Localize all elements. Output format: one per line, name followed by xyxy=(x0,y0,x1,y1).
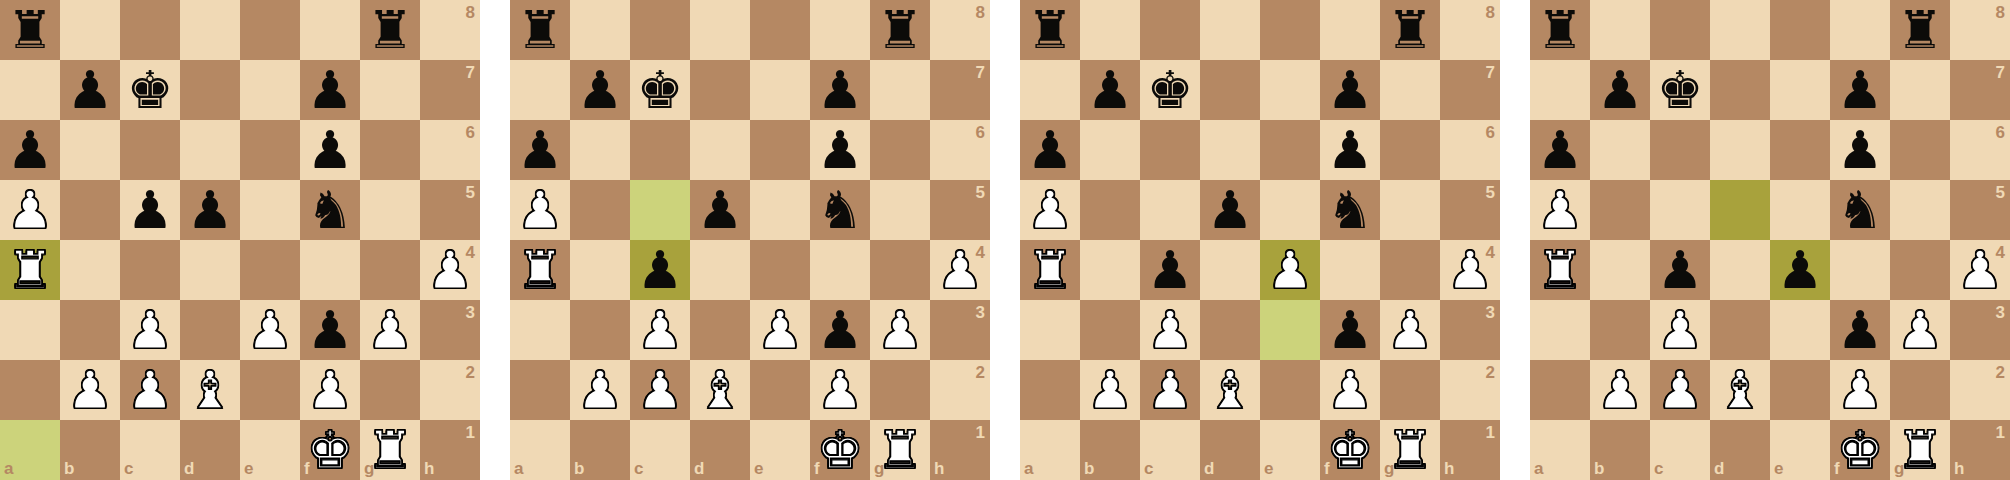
square-c4[interactable]: ♟ xyxy=(1140,240,1200,300)
white-bishop[interactable]: ♝ xyxy=(1710,360,1770,420)
square-b1[interactable]: b xyxy=(1590,420,1650,480)
square-g6[interactable] xyxy=(1890,120,1950,180)
square-a7[interactable] xyxy=(1020,60,1080,120)
square-e5[interactable] xyxy=(1770,180,1830,240)
square-f8[interactable] xyxy=(1830,0,1890,60)
white-pawn[interactable]: ♟ xyxy=(810,360,870,420)
square-c8[interactable] xyxy=(1140,0,1200,60)
black-rook[interactable]: ♜ xyxy=(360,0,420,60)
square-g2[interactable] xyxy=(870,360,930,420)
black-pawn[interactable]: ♟ xyxy=(1200,180,1260,240)
square-c3[interactable]: ♟ xyxy=(120,300,180,360)
black-rook[interactable]: ♜ xyxy=(1530,0,1590,60)
square-h4[interactable]: ♟4 xyxy=(930,240,990,300)
white-pawn[interactable]: ♟ xyxy=(570,360,630,420)
square-g6[interactable] xyxy=(360,120,420,180)
square-b1[interactable]: b xyxy=(60,420,120,480)
square-a7[interactable] xyxy=(0,60,60,120)
square-g8[interactable]: ♜ xyxy=(1890,0,1950,60)
square-b4[interactable] xyxy=(1080,240,1140,300)
square-b4[interactable] xyxy=(570,240,630,300)
square-a8[interactable]: ♜ xyxy=(1530,0,1590,60)
white-bishop[interactable]: ♝ xyxy=(1200,360,1260,420)
square-e5[interactable] xyxy=(750,180,810,240)
square-a4[interactable]: ♜ xyxy=(510,240,570,300)
square-f8[interactable] xyxy=(1320,0,1380,60)
black-king[interactable]: ♚ xyxy=(1140,60,1200,120)
square-e1[interactable]: e xyxy=(750,420,810,480)
square-c3[interactable]: ♟ xyxy=(1140,300,1200,360)
square-c4[interactable]: ♟ xyxy=(1650,240,1710,300)
white-pawn[interactable]: ♟ xyxy=(1380,300,1440,360)
black-pawn[interactable]: ♟ xyxy=(810,300,870,360)
black-pawn[interactable]: ♟ xyxy=(1320,120,1380,180)
square-f4[interactable] xyxy=(810,240,870,300)
white-pawn[interactable]: ♟ xyxy=(1020,180,1080,240)
black-knight[interactable]: ♞ xyxy=(810,180,870,240)
square-c8[interactable] xyxy=(120,0,180,60)
square-f1[interactable]: ♚f xyxy=(300,420,360,480)
black-pawn[interactable]: ♟ xyxy=(1830,120,1890,180)
square-g1[interactable]: ♜g xyxy=(870,420,930,480)
square-h8[interactable]: 8 xyxy=(1440,0,1500,60)
square-d8[interactable] xyxy=(1200,0,1260,60)
square-a8[interactable]: ♜ xyxy=(0,0,60,60)
square-c7[interactable]: ♚ xyxy=(120,60,180,120)
square-f7[interactable]: ♟ xyxy=(300,60,360,120)
black-pawn[interactable]: ♟ xyxy=(300,60,360,120)
square-b3[interactable] xyxy=(1080,300,1140,360)
square-d7[interactable] xyxy=(1710,60,1770,120)
square-c5[interactable] xyxy=(1140,180,1200,240)
square-g4[interactable] xyxy=(1890,240,1950,300)
square-g3[interactable]: ♟ xyxy=(870,300,930,360)
square-h6[interactable]: 6 xyxy=(1440,120,1500,180)
square-a3[interactable] xyxy=(510,300,570,360)
square-b2[interactable]: ♟ xyxy=(1590,360,1650,420)
square-a5[interactable]: ♟ xyxy=(1530,180,1590,240)
square-a1[interactable]: a xyxy=(1530,420,1590,480)
white-bishop[interactable]: ♝ xyxy=(180,360,240,420)
black-rook[interactable]: ♜ xyxy=(1890,0,1950,60)
black-pawn[interactable]: ♟ xyxy=(1080,60,1140,120)
square-g8[interactable]: ♜ xyxy=(870,0,930,60)
square-b6[interactable] xyxy=(570,120,630,180)
square-b2[interactable]: ♟ xyxy=(60,360,120,420)
square-c1[interactable]: c xyxy=(630,420,690,480)
square-f5[interactable]: ♞ xyxy=(810,180,870,240)
square-d6[interactable] xyxy=(1200,120,1260,180)
white-pawn[interactable]: ♟ xyxy=(360,300,420,360)
square-e8[interactable] xyxy=(750,0,810,60)
square-a6[interactable]: ♟ xyxy=(510,120,570,180)
square-b6[interactable] xyxy=(1080,120,1140,180)
square-c2[interactable]: ♟ xyxy=(1140,360,1200,420)
black-knight[interactable]: ♞ xyxy=(1320,180,1380,240)
square-f2[interactable]: ♟ xyxy=(300,360,360,420)
black-king[interactable]: ♚ xyxy=(120,60,180,120)
square-f5[interactable]: ♞ xyxy=(1830,180,1890,240)
white-pawn[interactable]: ♟ xyxy=(750,300,810,360)
square-e6[interactable] xyxy=(1260,120,1320,180)
black-pawn[interactable]: ♟ xyxy=(120,180,180,240)
square-h7[interactable]: 7 xyxy=(930,60,990,120)
square-b4[interactable] xyxy=(60,240,120,300)
square-c5[interactable]: ♟ xyxy=(120,180,180,240)
square-g7[interactable] xyxy=(870,60,930,120)
square-c3[interactable]: ♟ xyxy=(1650,300,1710,360)
square-c5[interactable] xyxy=(630,180,690,240)
square-d5[interactable]: ♟ xyxy=(690,180,750,240)
square-b6[interactable] xyxy=(1590,120,1650,180)
square-g3[interactable]: ♟ xyxy=(1890,300,1950,360)
square-f1[interactable]: ♚f xyxy=(810,420,870,480)
square-a6[interactable]: ♟ xyxy=(1020,120,1080,180)
square-e8[interactable] xyxy=(1260,0,1320,60)
square-g5[interactable] xyxy=(1380,180,1440,240)
square-c6[interactable] xyxy=(630,120,690,180)
square-g4[interactable] xyxy=(870,240,930,300)
square-a2[interactable] xyxy=(1530,360,1590,420)
white-pawn[interactable]: ♟ xyxy=(300,360,360,420)
square-e7[interactable] xyxy=(1260,60,1320,120)
square-h7[interactable]: 7 xyxy=(420,60,480,120)
square-e2[interactable] xyxy=(750,360,810,420)
square-d4[interactable] xyxy=(1200,240,1260,300)
square-a6[interactable]: ♟ xyxy=(1530,120,1590,180)
square-c1[interactable]: c xyxy=(120,420,180,480)
white-pawn[interactable]: ♟ xyxy=(120,360,180,420)
square-f3[interactable]: ♟ xyxy=(810,300,870,360)
square-a2[interactable] xyxy=(0,360,60,420)
square-e5[interactable] xyxy=(1260,180,1320,240)
square-a4[interactable]: ♜ xyxy=(1020,240,1080,300)
square-h3[interactable]: 3 xyxy=(1950,300,2010,360)
black-rook[interactable]: ♜ xyxy=(0,0,60,60)
square-d6[interactable] xyxy=(180,120,240,180)
square-b7[interactable]: ♟ xyxy=(570,60,630,120)
white-pawn[interactable]: ♟ xyxy=(1650,300,1710,360)
square-g5[interactable] xyxy=(1890,180,1950,240)
black-pawn[interactable]: ♟ xyxy=(300,120,360,180)
square-c6[interactable] xyxy=(1140,120,1200,180)
square-e6[interactable] xyxy=(1770,120,1830,180)
square-e2[interactable] xyxy=(1260,360,1320,420)
square-h5[interactable]: 5 xyxy=(1440,180,1500,240)
square-g2[interactable] xyxy=(1890,360,1950,420)
square-d4[interactable] xyxy=(180,240,240,300)
square-g1[interactable]: ♜g xyxy=(1380,420,1440,480)
square-b5[interactable] xyxy=(1590,180,1650,240)
square-c2[interactable]: ♟ xyxy=(120,360,180,420)
black-pawn[interactable]: ♟ xyxy=(510,120,570,180)
square-d1[interactable]: d xyxy=(180,420,240,480)
black-rook[interactable]: ♜ xyxy=(870,0,930,60)
square-g7[interactable] xyxy=(360,60,420,120)
black-pawn[interactable]: ♟ xyxy=(1590,60,1650,120)
square-c5[interactable] xyxy=(1650,180,1710,240)
square-a2[interactable] xyxy=(510,360,570,420)
square-a4[interactable]: ♜ xyxy=(1530,240,1590,300)
square-a7[interactable] xyxy=(510,60,570,120)
square-d8[interactable] xyxy=(1710,0,1770,60)
black-pawn[interactable]: ♟ xyxy=(1320,60,1380,120)
white-pawn[interactable]: ♟ xyxy=(120,300,180,360)
square-b1[interactable]: b xyxy=(570,420,630,480)
square-f5[interactable]: ♞ xyxy=(300,180,360,240)
square-a7[interactable] xyxy=(1530,60,1590,120)
square-h7[interactable]: 7 xyxy=(1440,60,1500,120)
square-f1[interactable]: ♚f xyxy=(1320,420,1380,480)
square-h1[interactable]: 1h xyxy=(420,420,480,480)
square-g3[interactable]: ♟ xyxy=(1380,300,1440,360)
square-e8[interactable] xyxy=(240,0,300,60)
square-d2[interactable]: ♝ xyxy=(180,360,240,420)
square-c2[interactable]: ♟ xyxy=(630,360,690,420)
square-h5[interactable]: 5 xyxy=(420,180,480,240)
square-h6[interactable]: 6 xyxy=(1950,120,2010,180)
white-pawn[interactable]: ♟ xyxy=(510,180,570,240)
square-d5[interactable] xyxy=(1710,180,1770,240)
square-h6[interactable]: 6 xyxy=(930,120,990,180)
square-h3[interactable]: 3 xyxy=(1440,300,1500,360)
white-pawn[interactable]: ♟ xyxy=(630,360,690,420)
square-b8[interactable] xyxy=(1080,0,1140,60)
white-rook[interactable]: ♜ xyxy=(510,240,570,300)
square-f7[interactable]: ♟ xyxy=(810,60,870,120)
square-g8[interactable]: ♜ xyxy=(360,0,420,60)
square-h1[interactable]: 1h xyxy=(1950,420,2010,480)
square-a3[interactable] xyxy=(0,300,60,360)
square-b7[interactable]: ♟ xyxy=(60,60,120,120)
square-e4[interactable]: ♟ xyxy=(1260,240,1320,300)
square-d8[interactable] xyxy=(690,0,750,60)
white-pawn[interactable]: ♟ xyxy=(1320,360,1380,420)
square-d3[interactable] xyxy=(690,300,750,360)
square-e2[interactable] xyxy=(1770,360,1830,420)
square-b3[interactable] xyxy=(1590,300,1650,360)
square-a3[interactable] xyxy=(1530,300,1590,360)
square-c7[interactable]: ♚ xyxy=(630,60,690,120)
square-e7[interactable] xyxy=(1770,60,1830,120)
square-f6[interactable]: ♟ xyxy=(810,120,870,180)
square-g8[interactable]: ♜ xyxy=(1380,0,1440,60)
square-b2[interactable]: ♟ xyxy=(570,360,630,420)
square-b4[interactable] xyxy=(1590,240,1650,300)
square-f6[interactable]: ♟ xyxy=(1830,120,1890,180)
square-f2[interactable]: ♟ xyxy=(1320,360,1380,420)
square-d7[interactable] xyxy=(180,60,240,120)
black-pawn[interactable]: ♟ xyxy=(1020,120,1080,180)
square-f8[interactable] xyxy=(300,0,360,60)
square-e3[interactable]: ♟ xyxy=(240,300,300,360)
square-f1[interactable]: ♚f xyxy=(1830,420,1890,480)
square-b5[interactable] xyxy=(1080,180,1140,240)
square-f7[interactable]: ♟ xyxy=(1830,60,1890,120)
square-b8[interactable] xyxy=(570,0,630,60)
square-h6[interactable]: 6 xyxy=(420,120,480,180)
square-f4[interactable] xyxy=(1830,240,1890,300)
square-b2[interactable]: ♟ xyxy=(1080,360,1140,420)
square-f6[interactable]: ♟ xyxy=(300,120,360,180)
square-d7[interactable] xyxy=(1200,60,1260,120)
square-h2[interactable]: 2 xyxy=(420,360,480,420)
square-g6[interactable] xyxy=(1380,120,1440,180)
square-c8[interactable] xyxy=(1650,0,1710,60)
square-b3[interactable] xyxy=(60,300,120,360)
square-f3[interactable]: ♟ xyxy=(1320,300,1380,360)
square-h3[interactable]: 3 xyxy=(420,300,480,360)
square-h1[interactable]: 1h xyxy=(930,420,990,480)
square-b7[interactable]: ♟ xyxy=(1590,60,1650,120)
square-a6[interactable]: ♟ xyxy=(0,120,60,180)
square-a5[interactable]: ♟ xyxy=(1020,180,1080,240)
black-pawn[interactable]: ♟ xyxy=(1830,300,1890,360)
black-rook[interactable]: ♜ xyxy=(510,0,570,60)
square-f5[interactable]: ♞ xyxy=(1320,180,1380,240)
square-b8[interactable] xyxy=(1590,0,1650,60)
square-h2[interactable]: 2 xyxy=(1440,360,1500,420)
black-pawn[interactable]: ♟ xyxy=(60,60,120,120)
square-g7[interactable] xyxy=(1890,60,1950,120)
black-pawn[interactable]: ♟ xyxy=(630,240,690,300)
black-pawn[interactable]: ♟ xyxy=(1770,240,1830,300)
square-b7[interactable]: ♟ xyxy=(1080,60,1140,120)
white-pawn[interactable]: ♟ xyxy=(0,180,60,240)
white-pawn[interactable]: ♟ xyxy=(870,300,930,360)
square-e4[interactable]: ♟ xyxy=(1770,240,1830,300)
square-b6[interactable] xyxy=(60,120,120,180)
square-f4[interactable] xyxy=(1320,240,1380,300)
white-pawn[interactable]: ♟ xyxy=(1140,300,1200,360)
square-e7[interactable] xyxy=(750,60,810,120)
white-pawn[interactable]: ♟ xyxy=(630,300,690,360)
square-b1[interactable]: b xyxy=(1080,420,1140,480)
square-d3[interactable] xyxy=(1200,300,1260,360)
square-c3[interactable]: ♟ xyxy=(630,300,690,360)
square-g2[interactable] xyxy=(360,360,420,420)
square-c4[interactable]: ♟ xyxy=(630,240,690,300)
square-c2[interactable]: ♟ xyxy=(1650,360,1710,420)
square-d2[interactable]: ♝ xyxy=(1710,360,1770,420)
black-pawn[interactable]: ♟ xyxy=(1140,240,1200,300)
square-d2[interactable]: ♝ xyxy=(690,360,750,420)
square-f7[interactable]: ♟ xyxy=(1320,60,1380,120)
square-c7[interactable]: ♚ xyxy=(1140,60,1200,120)
white-rook[interactable]: ♜ xyxy=(1020,240,1080,300)
square-h2[interactable]: 2 xyxy=(930,360,990,420)
square-h4[interactable]: ♟4 xyxy=(1440,240,1500,300)
square-b8[interactable] xyxy=(60,0,120,60)
square-e7[interactable] xyxy=(240,60,300,120)
square-h5[interactable]: 5 xyxy=(1950,180,2010,240)
square-d6[interactable] xyxy=(690,120,750,180)
white-pawn[interactable]: ♟ xyxy=(60,360,120,420)
square-c6[interactable] xyxy=(120,120,180,180)
square-b5[interactable] xyxy=(570,180,630,240)
square-c4[interactable] xyxy=(120,240,180,300)
black-rook[interactable]: ♜ xyxy=(1380,0,1440,60)
black-pawn[interactable]: ♟ xyxy=(810,120,870,180)
black-pawn[interactable]: ♟ xyxy=(1650,240,1710,300)
square-d5[interactable]: ♟ xyxy=(180,180,240,240)
square-d5[interactable]: ♟ xyxy=(1200,180,1260,240)
square-d1[interactable]: d xyxy=(1710,420,1770,480)
square-f6[interactable]: ♟ xyxy=(1320,120,1380,180)
square-e2[interactable] xyxy=(240,360,300,420)
square-e1[interactable]: e xyxy=(1260,420,1320,480)
square-d8[interactable] xyxy=(180,0,240,60)
black-pawn[interactable]: ♟ xyxy=(690,180,750,240)
white-pawn[interactable]: ♟ xyxy=(240,300,300,360)
square-b5[interactable] xyxy=(60,180,120,240)
square-b3[interactable] xyxy=(570,300,630,360)
square-e6[interactable] xyxy=(750,120,810,180)
black-pawn[interactable]: ♟ xyxy=(1320,300,1380,360)
square-a2[interactable] xyxy=(1020,360,1080,420)
black-king[interactable]: ♚ xyxy=(630,60,690,120)
square-h4[interactable]: ♟4 xyxy=(420,240,480,300)
black-pawn[interactable]: ♟ xyxy=(300,300,360,360)
black-knight[interactable]: ♞ xyxy=(1830,180,1890,240)
white-pawn[interactable]: ♟ xyxy=(1080,360,1140,420)
square-e1[interactable]: e xyxy=(1770,420,1830,480)
square-c6[interactable] xyxy=(1650,120,1710,180)
square-c1[interactable]: c xyxy=(1140,420,1200,480)
square-d3[interactable] xyxy=(180,300,240,360)
white-pawn[interactable]: ♟ xyxy=(1650,360,1710,420)
square-e4[interactable] xyxy=(750,240,810,300)
square-h8[interactable]: 8 xyxy=(930,0,990,60)
square-a1[interactable]: a xyxy=(1020,420,1080,480)
square-h7[interactable]: 7 xyxy=(1950,60,2010,120)
white-rook[interactable]: ♜ xyxy=(1530,240,1590,300)
square-f3[interactable]: ♟ xyxy=(300,300,360,360)
square-e5[interactable] xyxy=(240,180,300,240)
square-g5[interactable] xyxy=(360,180,420,240)
square-d1[interactable]: d xyxy=(690,420,750,480)
white-rook[interactable]: ♜ xyxy=(0,240,60,300)
square-g1[interactable]: ♜g xyxy=(1890,420,1950,480)
square-a1[interactable]: a xyxy=(510,420,570,480)
square-f3[interactable]: ♟ xyxy=(1830,300,1890,360)
square-e4[interactable] xyxy=(240,240,300,300)
square-a4[interactable]: ♜ xyxy=(0,240,60,300)
square-f2[interactable]: ♟ xyxy=(810,360,870,420)
white-pawn[interactable]: ♟ xyxy=(1830,360,1890,420)
white-pawn[interactable]: ♟ xyxy=(1140,360,1200,420)
square-g4[interactable] xyxy=(1380,240,1440,300)
square-g2[interactable] xyxy=(1380,360,1440,420)
square-e8[interactable] xyxy=(1770,0,1830,60)
black-king[interactable]: ♚ xyxy=(1650,60,1710,120)
square-c7[interactable]: ♚ xyxy=(1650,60,1710,120)
square-a5[interactable]: ♟ xyxy=(510,180,570,240)
square-h1[interactable]: 1h xyxy=(1440,420,1500,480)
black-pawn[interactable]: ♟ xyxy=(1830,60,1890,120)
black-pawn[interactable]: ♟ xyxy=(0,120,60,180)
square-a5[interactable]: ♟ xyxy=(0,180,60,240)
square-f8[interactable] xyxy=(810,0,870,60)
square-g6[interactable] xyxy=(870,120,930,180)
black-pawn[interactable]: ♟ xyxy=(1530,120,1590,180)
square-h8[interactable]: 8 xyxy=(420,0,480,60)
square-f4[interactable] xyxy=(300,240,360,300)
square-d4[interactable] xyxy=(1710,240,1770,300)
square-g4[interactable] xyxy=(360,240,420,300)
square-g1[interactable]: ♜g xyxy=(360,420,420,480)
square-a1[interactable]: a xyxy=(0,420,60,480)
